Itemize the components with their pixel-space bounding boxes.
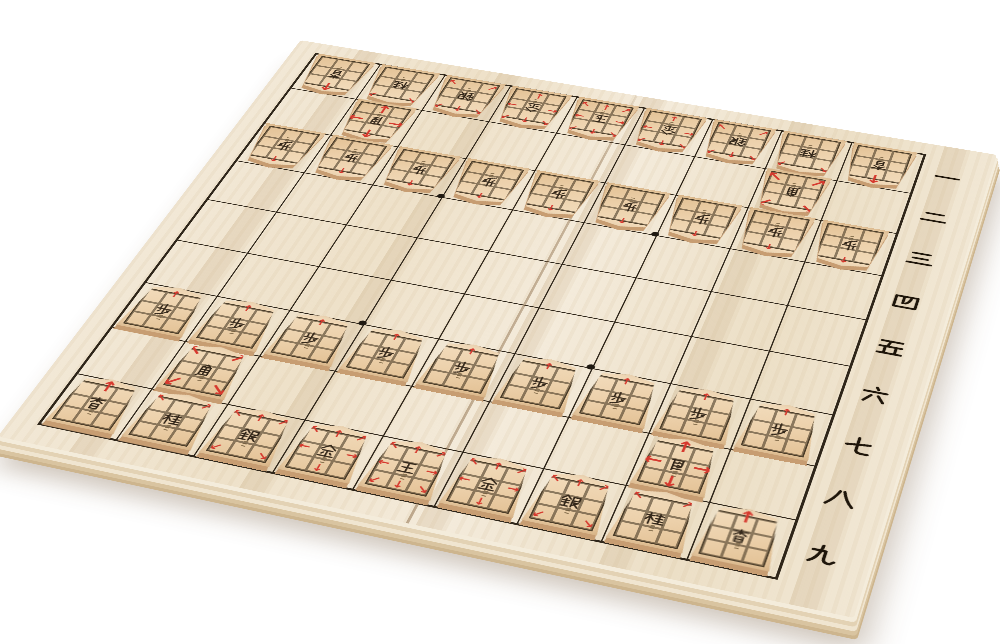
rank-label-8 xyxy=(819,484,862,513)
board-scene: ↑↖↗↖↑↗↙↘↖↑↗←→↓↖↑↗←→↙↓↘↖↑↗←→↓↖↑↗↙↘↖↗↑↑→↓←… xyxy=(0,40,997,618)
rank-label-4 xyxy=(887,290,925,314)
rank-label-1 xyxy=(929,167,964,188)
rank-label-9 xyxy=(800,538,844,569)
rank-label-5 xyxy=(871,335,910,360)
rank-label-3 xyxy=(902,247,939,270)
rank-label-2 xyxy=(916,206,952,228)
rank-label-7 xyxy=(837,432,878,460)
product-photo: ↑↖↗↖↑↗↙↘↖↑↗←→↓↖↑↗←→↙↓↘↖↑↗←→↓↖↑↗↙↘↖↗↑↑→↓←… xyxy=(0,0,1000,644)
rank-label-6 xyxy=(855,382,895,409)
shogi-board: ↑↖↗↖↑↗↙↘↖↑↗←→↓↖↑↗←→↙↓↘↖↑↗←→↓↖↑↗↙↘↖↗↑↑→↓←… xyxy=(0,40,997,618)
